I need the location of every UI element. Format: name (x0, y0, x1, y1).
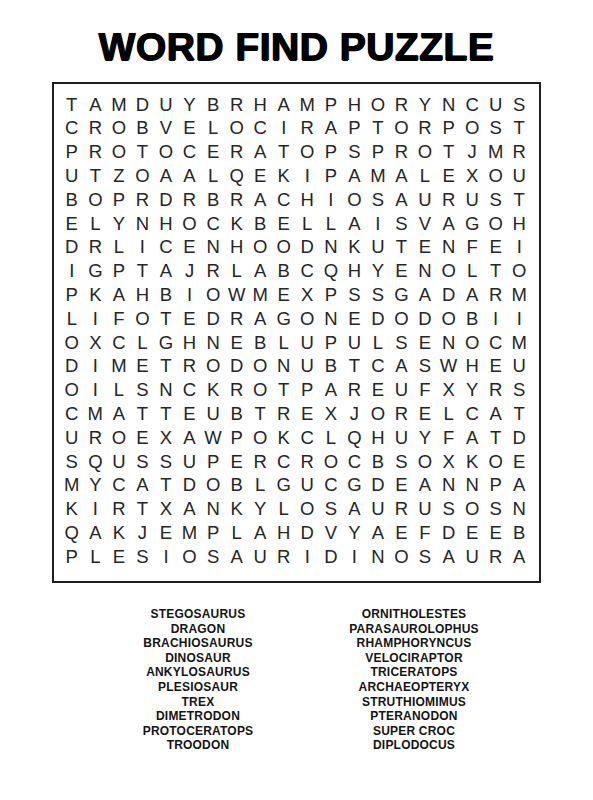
grid-cell[interactable]: R (484, 545, 508, 569)
grid-cell[interactable]: A (248, 260, 272, 284)
grid-cell[interactable]: O (437, 260, 461, 284)
grid-cell[interactable]: C (366, 355, 390, 379)
grid-cell[interactable]: T (131, 141, 155, 165)
grid-cell[interactable]: U (60, 426, 84, 450)
grid-cell[interactable]: M (507, 283, 531, 307)
grid-cell[interactable]: K (343, 236, 367, 260)
grid-cell[interactable]: A (343, 498, 367, 522)
grid-cell[interactable]: O (413, 450, 437, 474)
grid-cell[interactable]: E (107, 545, 131, 569)
grid-cell[interactable]: E (366, 379, 390, 403)
grid-cell[interactable]: O (107, 117, 131, 141)
grid-cell[interactable]: O (390, 545, 414, 569)
grid-cell[interactable]: T (507, 117, 531, 141)
grid-cell[interactable]: A (225, 545, 249, 569)
grid-cell[interactable]: K (460, 450, 484, 474)
grid-cell[interactable]: E (295, 402, 319, 426)
grid-cell[interactable]: R (507, 141, 531, 165)
grid-cell[interactable]: K (225, 498, 249, 522)
grid-cell[interactable]: E (272, 212, 296, 236)
grid-cell[interactable]: E (343, 307, 367, 331)
grid-cell[interactable]: O (201, 355, 225, 379)
grid-cell[interactable]: U (60, 164, 84, 188)
grid-cell[interactable]: I (84, 307, 108, 331)
grid-cell[interactable]: R (225, 93, 249, 117)
grid-cell[interactable]: T (154, 307, 178, 331)
grid-cell[interactable]: J (131, 521, 155, 545)
grid-cell[interactable]: R (484, 379, 508, 403)
grid-cell[interactable]: T (248, 402, 272, 426)
grid-cell[interactable]: U (413, 188, 437, 212)
grid-cell[interactable]: P (366, 141, 390, 165)
grid-cell[interactable]: T (272, 141, 296, 165)
grid-cell[interactable]: E (272, 283, 296, 307)
grid-cell[interactable]: I (507, 307, 531, 331)
grid-cell[interactable]: R (225, 307, 249, 331)
word-list-item[interactable]: STEGOSAURUS (143, 607, 254, 622)
grid-cell[interactable]: D (60, 236, 84, 260)
grid-cell[interactable]: T (390, 236, 414, 260)
grid-cell[interactable]: A (178, 426, 202, 450)
grid-cell[interactable]: S (131, 545, 155, 569)
grid-cell[interactable]: I (84, 355, 108, 379)
grid-cell[interactable]: Y (107, 212, 131, 236)
grid-cell[interactable]: R (343, 379, 367, 403)
grid-cell[interactable]: C (295, 260, 319, 284)
grid-cell[interactable]: A (460, 283, 484, 307)
grid-cell[interactable]: O (178, 545, 202, 569)
grid-cell[interactable]: O (295, 307, 319, 331)
grid-cell[interactable]: X (319, 402, 343, 426)
grid-cell[interactable]: Y (84, 474, 108, 498)
word-list-item[interactable]: SUPER CROC (349, 724, 478, 739)
grid-cell[interactable]: D (178, 474, 202, 498)
grid-cell[interactable]: N (413, 260, 437, 284)
grid-cell[interactable]: M (60, 474, 84, 498)
grid-cell[interactable]: U (366, 498, 390, 522)
grid-cell[interactable]: N (437, 331, 461, 355)
grid-cell[interactable]: S (154, 450, 178, 474)
grid-cell[interactable]: O (484, 164, 508, 188)
grid-cell[interactable]: H (343, 260, 367, 284)
grid-cell[interactable]: Y (413, 93, 437, 117)
grid-cell[interactable]: R (484, 283, 508, 307)
grid-cell[interactable]: K (225, 212, 249, 236)
grid-cell[interactable]: A (460, 426, 484, 450)
grid-cell[interactable]: A (437, 545, 461, 569)
grid-cell[interactable]: L (272, 331, 296, 355)
grid-cell[interactable]: C (107, 474, 131, 498)
grid-cell[interactable]: L (60, 307, 84, 331)
grid-cell[interactable]: Y (178, 93, 202, 117)
grid-cell[interactable]: P (107, 260, 131, 284)
grid-cell[interactable]: E (178, 307, 202, 331)
grid-cell[interactable]: C (248, 117, 272, 141)
grid-cell[interactable]: X (437, 379, 461, 403)
grid-cell[interactable]: B (225, 474, 249, 498)
grid-cell[interactable]: G (460, 212, 484, 236)
word-list-item[interactable]: PROTOCERATOPS (143, 724, 254, 739)
grid-cell[interactable]: P (437, 117, 461, 141)
grid-cell[interactable]: H (366, 426, 390, 450)
grid-cell[interactable]: O (60, 331, 84, 355)
grid-cell[interactable]: U (460, 545, 484, 569)
grid-cell[interactable]: A (390, 355, 414, 379)
grid-cell[interactable]: O (319, 450, 343, 474)
grid-cell[interactable]: C (319, 474, 343, 498)
grid-cell[interactable]: T (154, 474, 178, 498)
grid-cell[interactable]: C (178, 141, 202, 165)
grid-cell[interactable]: P (60, 141, 84, 165)
grid-cell[interactable]: R (295, 117, 319, 141)
word-list-item[interactable]: TROODON (143, 738, 254, 753)
grid-cell[interactable]: C (484, 331, 508, 355)
grid-cell[interactable]: A (390, 188, 414, 212)
grid-cell[interactable]: L (201, 117, 225, 141)
grid-cell[interactable]: X (460, 164, 484, 188)
grid-cell[interactable]: B (225, 402, 249, 426)
grid-cell[interactable]: I (178, 283, 202, 307)
word-list-item[interactable]: RHAMPHORYNCUS (349, 636, 478, 651)
grid-cell[interactable]: O (343, 188, 367, 212)
grid-cell[interactable]: M (248, 283, 272, 307)
grid-cell[interactable]: O (201, 283, 225, 307)
grid-cell[interactable]: D (225, 355, 249, 379)
grid-cell[interactable]: B (460, 307, 484, 331)
grid-cell[interactable]: E (248, 164, 272, 188)
grid-cell[interactable]: C (460, 93, 484, 117)
grid-cell[interactable]: O (154, 141, 178, 165)
grid-cell[interactable]: P (319, 164, 343, 188)
grid-cell[interactable]: N (437, 93, 461, 117)
grid-cell[interactable]: C (343, 450, 367, 474)
grid-cell[interactable]: U (390, 426, 414, 450)
grid-cell[interactable]: O (178, 212, 202, 236)
grid-cell[interactable]: N (154, 379, 178, 403)
grid-cell[interactable]: I (295, 164, 319, 188)
grid-cell[interactable]: B (507, 521, 531, 545)
grid-cell[interactable]: O (107, 141, 131, 165)
grid-cell[interactable]: Y (460, 379, 484, 403)
grid-cell[interactable]: O (484, 212, 508, 236)
grid-cell[interactable]: A (272, 93, 296, 117)
grid-cell[interactable]: K (84, 283, 108, 307)
grid-cell[interactable]: M (295, 93, 319, 117)
grid-cell[interactable]: J (343, 402, 367, 426)
grid-cell[interactable]: R (84, 141, 108, 165)
grid-cell[interactable]: C (460, 402, 484, 426)
grid-cell[interactable]: V (413, 212, 437, 236)
grid-cell[interactable]: Y (413, 426, 437, 450)
grid-cell[interactable]: A (437, 212, 461, 236)
grid-cell[interactable]: N (460, 474, 484, 498)
grid-cell[interactable]: I (84, 379, 108, 403)
grid-cell[interactable]: D (60, 355, 84, 379)
grid-cell[interactable]: W (201, 426, 225, 450)
grid-cell[interactable]: I (366, 212, 390, 236)
grid-cell[interactable]: E (390, 474, 414, 498)
grid-cell[interactable]: A (84, 521, 108, 545)
grid-cell[interactable]: L (437, 402, 461, 426)
grid-cell[interactable]: O (390, 117, 414, 141)
word-list-item[interactable]: PARASAUROLOPHUS (349, 622, 478, 637)
word-list-item[interactable]: BRACHIOSAURUS (143, 636, 254, 651)
grid-cell[interactable]: L (225, 521, 249, 545)
grid-cell[interactable]: E (201, 141, 225, 165)
grid-cell[interactable]: G (343, 474, 367, 498)
grid-cell[interactable]: D (295, 236, 319, 260)
grid-cell[interactable]: E (413, 236, 437, 260)
grid-cell[interactable]: I (319, 188, 343, 212)
grid-cell[interactable]: O (107, 426, 131, 450)
grid-cell[interactable]: Y (366, 260, 390, 284)
grid-cell[interactable]: B (60, 188, 84, 212)
grid-cell[interactable]: U (295, 474, 319, 498)
grid-cell[interactable]: H (131, 283, 155, 307)
grid-cell[interactable]: O (131, 164, 155, 188)
grid-cell[interactable]: T (60, 93, 84, 117)
grid-cell[interactable]: P (319, 331, 343, 355)
grid-cell[interactable]: X (154, 426, 178, 450)
grid-cell[interactable]: P (201, 450, 225, 474)
word-list-item[interactable]: ORNITHOLESTES (349, 607, 478, 622)
grid-cell[interactable]: C (272, 450, 296, 474)
grid-cell[interactable]: L (84, 212, 108, 236)
grid-cell[interactable]: U (178, 450, 202, 474)
grid-cell[interactable]: M (366, 164, 390, 188)
grid-cell[interactable]: C (272, 188, 296, 212)
grid-cell[interactable]: U (507, 355, 531, 379)
grid-cell[interactable]: R (225, 188, 249, 212)
grid-cell[interactable]: D (366, 474, 390, 498)
grid-cell[interactable]: C (201, 212, 225, 236)
grid-cell[interactable]: T (343, 355, 367, 379)
grid-cell[interactable]: Q (84, 450, 108, 474)
grid-cell[interactable]: O (413, 141, 437, 165)
grid-cell[interactable]: P (319, 283, 343, 307)
grid-cell[interactable]: C (154, 236, 178, 260)
grid-cell[interactable]: A (84, 93, 108, 117)
grid-cell[interactable]: R (107, 498, 131, 522)
grid-cell[interactable]: W (437, 355, 461, 379)
grid-cell[interactable]: M (107, 93, 131, 117)
grid-cell[interactable]: P (107, 188, 131, 212)
grid-cell[interactable]: K (60, 498, 84, 522)
grid-cell[interactable]: T (154, 355, 178, 379)
grid-cell[interactable]: B (131, 117, 155, 141)
grid-cell[interactable]: I (272, 117, 296, 141)
grid-cell[interactable]: S (484, 498, 508, 522)
grid-cell[interactable]: O (272, 236, 296, 260)
grid-cell[interactable]: S (319, 498, 343, 522)
word-list-item[interactable]: VELOCIRAPTOR (349, 651, 478, 666)
grid-cell[interactable]: Q (343, 426, 367, 450)
grid-cell[interactable]: E (131, 355, 155, 379)
grid-cell[interactable]: N (272, 355, 296, 379)
grid-cell[interactable]: A (131, 474, 155, 498)
grid-cell[interactable]: R (131, 188, 155, 212)
grid-cell[interactable]: B (319, 355, 343, 379)
word-list-item[interactable]: TREX (143, 695, 254, 710)
grid-cell[interactable]: S (390, 212, 414, 236)
grid-cell[interactable]: R (178, 188, 202, 212)
grid-cell[interactable]: A (248, 141, 272, 165)
grid-cell[interactable]: Y (343, 521, 367, 545)
grid-cell[interactable]: X (84, 331, 108, 355)
grid-cell[interactable]: B (272, 260, 296, 284)
grid-cell[interactable]: C (60, 402, 84, 426)
grid-cell[interactable]: O (248, 379, 272, 403)
grid-cell[interactable]: I (84, 498, 108, 522)
grid-cell[interactable]: G (390, 283, 414, 307)
grid-cell[interactable]: E (178, 402, 202, 426)
grid-cell[interactable]: U (390, 379, 414, 403)
grid-cell[interactable]: J (178, 260, 202, 284)
grid-cell[interactable]: D (201, 307, 225, 331)
word-list-item[interactable]: DIPLODOCUS (349, 738, 478, 753)
grid-cell[interactable]: T (154, 402, 178, 426)
grid-cell[interactable]: O (225, 117, 249, 141)
grid-cell[interactable]: K (107, 521, 131, 545)
grid-cell[interactable]: N (131, 212, 155, 236)
grid-cell[interactable]: E (413, 331, 437, 355)
grid-cell[interactable]: U (413, 498, 437, 522)
grid-cell[interactable]: O (366, 402, 390, 426)
grid-cell[interactable]: K (272, 164, 296, 188)
grid-cell[interactable]: Q (319, 260, 343, 284)
grid-cell[interactable]: N (319, 236, 343, 260)
grid-cell[interactable]: U (295, 355, 319, 379)
grid-cell[interactable]: S (413, 355, 437, 379)
grid-cell[interactable]: T (272, 379, 296, 403)
grid-cell[interactable]: N (437, 474, 461, 498)
grid-cell[interactable]: T (131, 498, 155, 522)
grid-cell[interactable]: O (295, 498, 319, 522)
grid-cell[interactable]: O (460, 331, 484, 355)
grid-cell[interactable]: E (178, 236, 202, 260)
grid-cell[interactable]: D (295, 521, 319, 545)
grid-cell[interactable]: D (319, 545, 343, 569)
grid-cell[interactable]: A (319, 379, 343, 403)
grid-cell[interactable]: V (319, 521, 343, 545)
grid-cell[interactable]: T (507, 402, 531, 426)
grid-cell[interactable]: G (154, 331, 178, 355)
grid-cell[interactable]: G (272, 307, 296, 331)
grid-cell[interactable]: R (272, 402, 296, 426)
grid-cell[interactable]: M (507, 331, 531, 355)
grid-cell[interactable]: A (343, 212, 367, 236)
grid-cell[interactable]: T (507, 188, 531, 212)
grid-cell[interactable]: F (437, 426, 461, 450)
grid-cell[interactable]: C (60, 117, 84, 141)
grid-cell[interactable]: A (154, 164, 178, 188)
grid-cell[interactable]: U (460, 188, 484, 212)
word-list-item[interactable]: DIMETRODON (143, 709, 254, 724)
grid-cell[interactable]: W (225, 283, 249, 307)
grid-cell[interactable]: U (107, 450, 131, 474)
grid-cell[interactable]: E (460, 521, 484, 545)
grid-cell[interactable]: L (272, 498, 296, 522)
grid-cell[interactable]: E (178, 117, 202, 141)
word-list-item[interactable]: ARCHAEOPTERYX (349, 680, 478, 695)
grid-cell[interactable]: T (131, 402, 155, 426)
grid-cell[interactable]: P (201, 521, 225, 545)
grid-cell[interactable]: R (225, 141, 249, 165)
grid-cell[interactable]: A (319, 117, 343, 141)
grid-cell[interactable]: L (225, 260, 249, 284)
grid-cell[interactable]: L (248, 474, 272, 498)
grid-cell[interactable]: I (507, 236, 531, 260)
grid-cell[interactable]: H (295, 188, 319, 212)
grid-cell[interactable]: P (484, 474, 508, 498)
grid-cell[interactable]: S (131, 379, 155, 403)
grid-cell[interactable]: K (201, 379, 225, 403)
grid-cell[interactable]: B (248, 212, 272, 236)
grid-cell[interactable]: F (460, 236, 484, 260)
grid-cell[interactable]: N (201, 331, 225, 355)
grid-cell[interactable]: R (248, 450, 272, 474)
grid-cell[interactable]: A (343, 164, 367, 188)
grid-cell[interactable]: A (178, 498, 202, 522)
grid-cell[interactable]: B (201, 93, 225, 117)
grid-cell[interactable]: U (484, 93, 508, 117)
grid-cell[interactable]: H (272, 521, 296, 545)
grid-cell[interactable]: H (460, 355, 484, 379)
grid-cell[interactable]: X (154, 498, 178, 522)
grid-cell[interactable]: S (60, 450, 84, 474)
grid-cell[interactable]: P (319, 93, 343, 117)
grid-cell[interactable]: D (154, 188, 178, 212)
grid-cell[interactable]: P (60, 545, 84, 569)
grid-cell[interactable]: Y (248, 498, 272, 522)
grid-cell[interactable]: A (413, 474, 437, 498)
grid-cell[interactable]: D (413, 307, 437, 331)
grid-cell[interactable]: E (413, 402, 437, 426)
grid-cell[interactable]: S (366, 188, 390, 212)
grid-cell[interactable]: H (343, 93, 367, 117)
grid-cell[interactable]: L (319, 426, 343, 450)
grid-cell[interactable]: R (201, 260, 225, 284)
grid-cell[interactable]: I (343, 545, 367, 569)
grid-cell[interactable]: S (131, 450, 155, 474)
grid-cell[interactable]: T (131, 260, 155, 284)
grid-cell[interactable]: O (84, 188, 108, 212)
word-list-item[interactable]: STRUTHIOMIMUS (349, 695, 478, 710)
word-list-item[interactable]: DRAGON (143, 622, 254, 637)
grid-cell[interactable]: O (484, 450, 508, 474)
word-list-item[interactable]: TRICERATOPS (349, 665, 478, 680)
grid-cell[interactable]: E (225, 450, 249, 474)
grid-cell[interactable]: N (201, 498, 225, 522)
grid-cell[interactable]: L (295, 212, 319, 236)
grid-cell[interactable]: P (319, 141, 343, 165)
grid-cell[interactable]: C (178, 379, 202, 403)
grid-cell[interactable]: L (107, 236, 131, 260)
grid-cell[interactable]: A (390, 164, 414, 188)
grid-cell[interactable]: P (225, 426, 249, 450)
grid-cell[interactable]: V (154, 117, 178, 141)
grid-cell[interactable]: R (178, 355, 202, 379)
grid-cell[interactable]: S (343, 141, 367, 165)
grid-cell[interactable]: P (343, 117, 367, 141)
grid-cell[interactable]: D (366, 307, 390, 331)
grid-cell[interactable]: O (366, 93, 390, 117)
grid-cell[interactable]: D (131, 93, 155, 117)
word-list-item[interactable]: PLESIOSAUR (143, 680, 254, 695)
grid-cell[interactable]: S (484, 117, 508, 141)
grid-cell[interactable]: L (366, 331, 390, 355)
grid-cell[interactable]: T (366, 117, 390, 141)
